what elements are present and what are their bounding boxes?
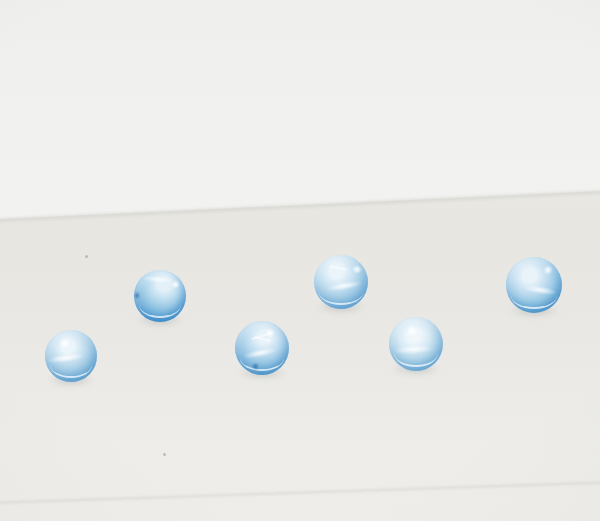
gem-4	[314, 255, 368, 309]
gem-3	[235, 321, 289, 375]
photo-frame	[0, 0, 600, 521]
gem-1	[45, 330, 97, 382]
dust-speck	[85, 255, 88, 258]
gem-2	[134, 270, 186, 322]
gem-6	[506, 257, 562, 313]
gem-sparkle	[59, 337, 71, 349]
gem-inclusion-speck	[135, 293, 140, 298]
gem-5	[389, 317, 443, 371]
gem-sparkle	[352, 265, 362, 275]
dust-speck	[163, 453, 166, 456]
